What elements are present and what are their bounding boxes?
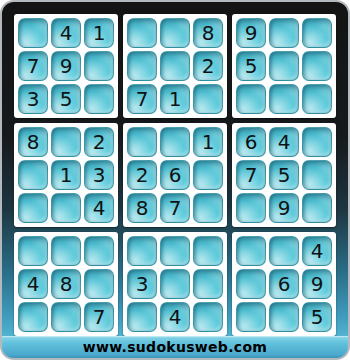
cell-r7c1[interactable] bbox=[18, 236, 48, 266]
cell-r3c7[interactable] bbox=[236, 84, 266, 114]
cell-r1c2[interactable]: 4 bbox=[51, 18, 81, 48]
cell-r7c8[interactable] bbox=[269, 236, 299, 266]
cell-r4c4[interactable] bbox=[127, 127, 157, 157]
cell-r4c8[interactable]: 4 bbox=[269, 127, 299, 157]
cell-r4c9[interactable] bbox=[302, 127, 332, 157]
cell-r8c9[interactable]: 9 bbox=[302, 269, 332, 299]
cell-r7c6[interactable] bbox=[193, 236, 223, 266]
sudoku-box-9: 4695 bbox=[232, 232, 336, 336]
cell-r2c8[interactable] bbox=[269, 51, 299, 81]
cell-r8c8[interactable]: 6 bbox=[269, 269, 299, 299]
cell-r9c5[interactable]: 4 bbox=[160, 302, 190, 332]
cell-r8c2[interactable]: 8 bbox=[51, 269, 81, 299]
cell-r4c5[interactable] bbox=[160, 127, 190, 157]
cell-r2c1[interactable]: 7 bbox=[18, 51, 48, 81]
sudoku-box-7: 487 bbox=[14, 232, 118, 336]
cell-r1c3[interactable]: 1 bbox=[84, 18, 114, 48]
sudoku-board-frame: 417935827195821341268764759487344695 www… bbox=[0, 0, 350, 360]
cell-r8c3[interactable] bbox=[84, 269, 114, 299]
cell-r8c1[interactable]: 4 bbox=[18, 269, 48, 299]
cell-r5c7[interactable]: 7 bbox=[236, 160, 266, 190]
cell-r7c9[interactable]: 4 bbox=[302, 236, 332, 266]
cell-r6c5[interactable]: 7 bbox=[160, 193, 190, 223]
cell-r3c4[interactable]: 7 bbox=[127, 84, 157, 114]
sudoku-box-4: 82134 bbox=[14, 123, 118, 227]
sudoku-box-6: 64759 bbox=[232, 123, 336, 227]
cell-r5c6[interactable] bbox=[193, 160, 223, 190]
sudoku-box-3: 95 bbox=[232, 14, 336, 118]
cell-r4c3[interactable]: 2 bbox=[84, 127, 114, 157]
sudoku-grid: 417935827195821341268764759487344695 bbox=[14, 14, 336, 336]
cell-r7c7[interactable] bbox=[236, 236, 266, 266]
cell-r6c1[interactable] bbox=[18, 193, 48, 223]
cell-r5c2[interactable]: 1 bbox=[51, 160, 81, 190]
sudoku-box-1: 417935 bbox=[14, 14, 118, 118]
cell-r6c8[interactable]: 9 bbox=[269, 193, 299, 223]
cell-r2c2[interactable]: 9 bbox=[51, 51, 81, 81]
cell-r1c8[interactable] bbox=[269, 18, 299, 48]
cell-r1c5[interactable] bbox=[160, 18, 190, 48]
cell-r9c1[interactable] bbox=[18, 302, 48, 332]
cell-r3c8[interactable] bbox=[269, 84, 299, 114]
cell-r3c1[interactable]: 3 bbox=[18, 84, 48, 114]
cell-r6c6[interactable] bbox=[193, 193, 223, 223]
cell-r1c4[interactable] bbox=[127, 18, 157, 48]
cell-r1c9[interactable] bbox=[302, 18, 332, 48]
sudoku-box-5: 12687 bbox=[123, 123, 227, 227]
cell-r8c6[interactable] bbox=[193, 269, 223, 299]
cell-r5c4[interactable]: 2 bbox=[127, 160, 157, 190]
cell-r1c1[interactable] bbox=[18, 18, 48, 48]
cell-r4c7[interactable]: 6 bbox=[236, 127, 266, 157]
cell-r2c5[interactable] bbox=[160, 51, 190, 81]
cell-r8c5[interactable] bbox=[160, 269, 190, 299]
cell-r4c1[interactable]: 8 bbox=[18, 127, 48, 157]
cell-r2c7[interactable]: 5 bbox=[236, 51, 266, 81]
cell-r8c7[interactable] bbox=[236, 269, 266, 299]
cell-r2c6[interactable]: 2 bbox=[193, 51, 223, 81]
cell-r5c9[interactable] bbox=[302, 160, 332, 190]
cell-r6c2[interactable] bbox=[51, 193, 81, 223]
cell-r3c5[interactable]: 1 bbox=[160, 84, 190, 114]
cell-r6c3[interactable]: 4 bbox=[84, 193, 114, 223]
cell-r9c9[interactable]: 5 bbox=[302, 302, 332, 332]
cell-r5c8[interactable]: 5 bbox=[269, 160, 299, 190]
cell-r9c4[interactable] bbox=[127, 302, 157, 332]
cell-r6c9[interactable] bbox=[302, 193, 332, 223]
cell-r3c9[interactable] bbox=[302, 84, 332, 114]
cell-r7c5[interactable] bbox=[160, 236, 190, 266]
cell-r9c2[interactable] bbox=[51, 302, 81, 332]
site-url[interactable]: www.sudokusweb.com bbox=[83, 339, 267, 355]
cell-r2c3[interactable] bbox=[84, 51, 114, 81]
cell-r6c4[interactable]: 8 bbox=[127, 193, 157, 223]
cell-r7c4[interactable] bbox=[127, 236, 157, 266]
cell-r1c6[interactable]: 8 bbox=[193, 18, 223, 48]
cell-r5c5[interactable]: 6 bbox=[160, 160, 190, 190]
cell-r6c7[interactable] bbox=[236, 193, 266, 223]
sudoku-box-2: 8271 bbox=[123, 14, 227, 118]
cell-r5c1[interactable] bbox=[18, 160, 48, 190]
cell-r2c9[interactable] bbox=[302, 51, 332, 81]
cell-r9c3[interactable]: 7 bbox=[84, 302, 114, 332]
cell-r8c4[interactable]: 3 bbox=[127, 269, 157, 299]
cell-r3c3[interactable] bbox=[84, 84, 114, 114]
footer-band: www.sudokusweb.com bbox=[2, 336, 348, 358]
cell-r4c2[interactable] bbox=[51, 127, 81, 157]
cell-r3c6[interactable] bbox=[193, 84, 223, 114]
sudoku-box-8: 34 bbox=[123, 232, 227, 336]
cell-r5c3[interactable]: 3 bbox=[84, 160, 114, 190]
cell-r4c6[interactable]: 1 bbox=[193, 127, 223, 157]
cell-r9c7[interactable] bbox=[236, 302, 266, 332]
cell-r7c2[interactable] bbox=[51, 236, 81, 266]
cell-r7c3[interactable] bbox=[84, 236, 114, 266]
cell-r2c4[interactable] bbox=[127, 51, 157, 81]
cell-r9c8[interactable] bbox=[269, 302, 299, 332]
cell-r1c7[interactable]: 9 bbox=[236, 18, 266, 48]
cell-r3c2[interactable]: 5 bbox=[51, 84, 81, 114]
cell-r9c6[interactable] bbox=[193, 302, 223, 332]
